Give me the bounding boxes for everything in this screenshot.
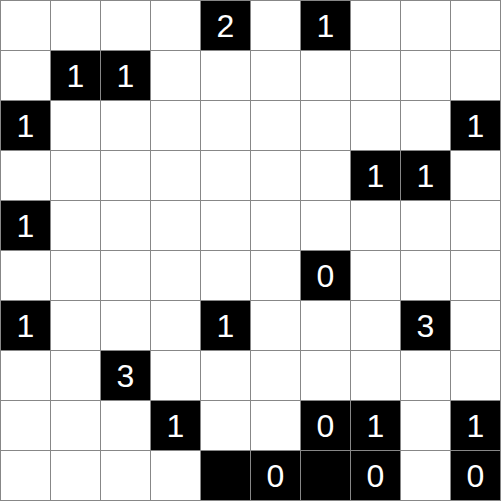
black-clue-cell: 0 [301,401,350,450]
white-cell[interactable] [451,251,500,300]
white-cell[interactable] [201,251,250,300]
black-clue-cell: 1 [51,51,100,100]
white-cell[interactable] [351,301,400,350]
white-cell[interactable] [1,251,50,300]
white-cell[interactable] [451,201,500,250]
black-clue-cell: 1 [451,101,500,150]
black-clue-cell: 1 [1,201,50,250]
white-cell[interactable] [51,1,100,50]
white-cell[interactable] [401,451,450,500]
white-cell[interactable] [151,351,200,400]
white-cell[interactable] [251,201,300,250]
white-cell[interactable] [51,301,100,350]
white-cell[interactable] [401,351,450,400]
white-cell[interactable] [301,351,350,400]
white-cell[interactable] [401,401,450,450]
white-cell[interactable] [1,451,50,500]
white-cell[interactable] [51,351,100,400]
white-cell[interactable] [351,51,400,100]
white-cell[interactable] [51,151,100,200]
white-cell[interactable] [401,251,450,300]
white-cell[interactable] [301,301,350,350]
white-cell[interactable] [301,101,350,150]
white-cell[interactable] [151,101,200,150]
black-clue-cell: 0 [451,451,500,500]
black-clue-cell: 0 [251,451,300,500]
white-cell[interactable] [1,401,50,450]
white-cell[interactable] [101,101,150,150]
akari-board: 211111111011331011000 [0,0,501,501]
white-cell[interactable] [201,151,250,200]
white-cell[interactable] [1,151,50,200]
white-cell[interactable] [151,151,200,200]
white-cell[interactable] [201,401,250,450]
white-cell[interactable] [351,101,400,150]
black-clue-cell: 1 [351,151,400,200]
white-cell[interactable] [251,251,300,300]
white-cell[interactable] [1,51,50,100]
white-cell[interactable] [351,1,400,50]
white-cell[interactable] [451,1,500,50]
white-cell[interactable] [451,301,500,350]
white-cell[interactable] [101,151,150,200]
puzzle-area: 211111111011331011000 [0,0,501,501]
white-cell[interactable] [351,351,400,400]
black-clue-cell: 1 [101,51,150,100]
black-clue-cell: 1 [401,151,450,200]
white-cell[interactable] [251,101,300,150]
white-cell[interactable] [301,151,350,200]
white-cell[interactable] [401,101,450,150]
white-cell[interactable] [401,201,450,250]
white-cell[interactable] [101,251,150,300]
white-cell[interactable] [51,251,100,300]
white-cell[interactable] [101,451,150,500]
white-cell[interactable] [51,201,100,250]
white-cell[interactable] [201,51,250,100]
white-cell[interactable] [101,301,150,350]
black-cell [301,451,350,500]
black-clue-cell: 1 [1,101,50,150]
white-cell[interactable] [151,251,200,300]
white-cell[interactable] [251,51,300,100]
black-clue-cell: 1 [301,1,350,50]
white-cell[interactable] [251,401,300,450]
black-clue-cell: 0 [351,451,400,500]
white-cell[interactable] [151,451,200,500]
black-clue-cell: 1 [151,401,200,450]
white-cell[interactable] [151,301,200,350]
white-cell[interactable] [251,1,300,50]
white-cell[interactable] [451,351,500,400]
white-cell[interactable] [151,1,200,50]
white-cell[interactable] [101,201,150,250]
white-cell[interactable] [201,201,250,250]
white-cell[interactable] [251,151,300,200]
black-clue-cell: 2 [201,1,250,50]
white-cell[interactable] [151,201,200,250]
white-cell[interactable] [351,201,400,250]
white-cell[interactable] [251,301,300,350]
white-cell[interactable] [51,101,100,150]
white-cell[interactable] [451,151,500,200]
white-cell[interactable] [51,401,100,450]
white-cell[interactable] [101,1,150,50]
white-cell[interactable] [351,251,400,300]
black-clue-cell: 1 [351,401,400,450]
white-cell[interactable] [401,51,450,100]
black-clue-cell: 3 [101,351,150,400]
white-cell[interactable] [151,51,200,100]
white-cell[interactable] [201,101,250,150]
white-cell[interactable] [301,201,350,250]
black-clue-cell: 3 [401,301,450,350]
black-clue-cell: 1 [451,401,500,450]
black-clue-cell: 1 [1,301,50,350]
black-clue-cell: 0 [301,251,350,300]
black-cell [201,451,250,500]
white-cell[interactable] [201,351,250,400]
white-cell[interactable] [401,1,450,50]
black-clue-cell: 1 [201,301,250,350]
white-cell[interactable] [1,1,50,50]
white-cell[interactable] [301,51,350,100]
white-cell[interactable] [1,351,50,400]
white-cell[interactable] [51,451,100,500]
white-cell[interactable] [251,351,300,400]
white-cell[interactable] [451,51,500,100]
white-cell[interactable] [101,401,150,450]
